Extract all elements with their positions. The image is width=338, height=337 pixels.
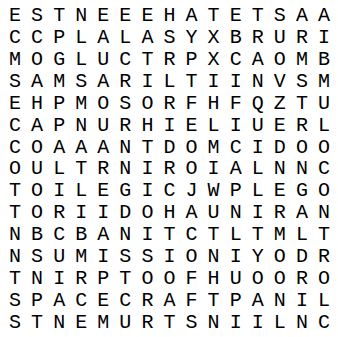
grid-cell[interactable]: C: [114, 49, 136, 71]
grid-cell[interactable]: N: [70, 5, 92, 27]
grid-cell[interactable]: S: [291, 71, 313, 93]
grid-cell[interactable]: L: [313, 290, 335, 312]
grid-cell[interactable]: R: [48, 202, 70, 224]
grid-cell[interactable]: P: [26, 290, 48, 312]
grid-cell[interactable]: M: [92, 312, 114, 334]
grid-cell[interactable]: L: [70, 49, 92, 71]
grid-cell[interactable]: S: [136, 246, 158, 268]
grid-cell[interactable]: G: [48, 49, 70, 71]
grid-cell[interactable]: O: [136, 93, 158, 115]
grid-cell[interactable]: R: [158, 93, 180, 115]
grid-cell[interactable]: N: [4, 224, 26, 246]
grid-cell[interactable]: S: [4, 312, 26, 334]
grid-cell[interactable]: C: [313, 312, 335, 334]
grid-cell[interactable]: C: [48, 224, 70, 246]
grid-cell[interactable]: R: [313, 246, 335, 268]
grid-cell[interactable]: N: [4, 246, 26, 268]
grid-cell[interactable]: A: [291, 5, 313, 27]
grid-cell[interactable]: E: [4, 5, 26, 27]
grid-cell[interactable]: F: [225, 93, 247, 115]
grid-cell[interactable]: A: [26, 71, 48, 93]
grid-cell[interactable]: T: [158, 224, 180, 246]
grid-cell[interactable]: U: [26, 159, 48, 181]
grid-cell[interactable]: L: [70, 27, 92, 49]
grid-cell[interactable]: T: [136, 49, 158, 71]
grid-cell[interactable]: I: [136, 180, 158, 202]
grid-cell[interactable]: I: [48, 180, 70, 202]
grid-cell[interactable]: O: [291, 137, 313, 159]
grid-cell[interactable]: A: [70, 137, 92, 159]
grid-cell[interactable]: E: [92, 5, 114, 27]
grid-cell[interactable]: P: [48, 115, 70, 137]
grid-cell[interactable]: L: [291, 224, 313, 246]
grid-cell[interactable]: P: [48, 93, 70, 115]
grid-cell[interactable]: A: [181, 202, 203, 224]
grid-cell[interactable]: A: [313, 5, 335, 27]
grid-cell[interactable]: G: [291, 180, 313, 202]
grid-cell[interactable]: R: [158, 159, 180, 181]
grid-cell[interactable]: N: [70, 115, 92, 137]
grid-cell[interactable]: A: [92, 224, 114, 246]
grid-cell[interactable]: I: [225, 71, 247, 93]
grid-cell[interactable]: T: [114, 268, 136, 290]
grid-cell[interactable]: P: [92, 268, 114, 290]
grid-cell[interactable]: T: [136, 137, 158, 159]
grid-cell[interactable]: C: [26, 27, 48, 49]
grid-cell[interactable]: E: [92, 180, 114, 202]
grid-cell[interactable]: H: [158, 202, 180, 224]
grid-cell[interactable]: P: [225, 180, 247, 202]
grid-cell[interactable]: O: [92, 93, 114, 115]
grid-cell[interactable]: S: [26, 5, 48, 27]
grid-cell[interactable]: F: [181, 268, 203, 290]
grid-cell[interactable]: N: [48, 312, 70, 334]
grid-cell[interactable]: T: [4, 202, 26, 224]
grid-cell[interactable]: T: [26, 312, 48, 334]
grid-cell[interactable]: U: [225, 268, 247, 290]
grid-cell[interactable]: N: [114, 137, 136, 159]
grid-cell[interactable]: S: [70, 71, 92, 93]
grid-cell[interactable]: Z: [269, 93, 291, 115]
grid-cell[interactable]: R: [291, 268, 313, 290]
grid-cell[interactable]: N: [203, 312, 225, 334]
grid-cell[interactable]: E: [269, 180, 291, 202]
grid-cell[interactable]: O: [269, 268, 291, 290]
grid-cell[interactable]: E: [114, 5, 136, 27]
grid-cell[interactable]: I: [136, 71, 158, 93]
grid-cell[interactable]: E: [181, 115, 203, 137]
grid-cell[interactable]: L: [158, 71, 180, 93]
grid-cell[interactable]: P: [225, 290, 247, 312]
grid-cell[interactable]: R: [114, 115, 136, 137]
grid-cell[interactable]: O: [269, 246, 291, 268]
grid-cell[interactable]: B: [225, 27, 247, 49]
grid-cell[interactable]: I: [158, 246, 180, 268]
grid-cell[interactable]: T: [291, 93, 313, 115]
grid-cell[interactable]: A: [247, 49, 269, 71]
grid-cell[interactable]: A: [92, 71, 114, 93]
grid-cell[interactable]: O: [136, 268, 158, 290]
grid-cell[interactable]: O: [269, 49, 291, 71]
grid-cell[interactable]: O: [26, 202, 48, 224]
grid-cell[interactable]: R: [158, 49, 180, 71]
grid-cell[interactable]: O: [26, 49, 48, 71]
grid-cell[interactable]: U: [92, 115, 114, 137]
grid-cell[interactable]: I: [247, 202, 269, 224]
grid-cell[interactable]: U: [48, 246, 70, 268]
grid-cell[interactable]: F: [181, 290, 203, 312]
grid-cell[interactable]: R: [269, 202, 291, 224]
grid-cell[interactable]: S: [26, 246, 48, 268]
grid-cell[interactable]: O: [181, 137, 203, 159]
grid-cell[interactable]: L: [225, 224, 247, 246]
grid-cell[interactable]: C: [181, 224, 203, 246]
grid-cell[interactable]: I: [203, 159, 225, 181]
grid-cell[interactable]: P: [48, 27, 70, 49]
grid-cell[interactable]: S: [4, 290, 26, 312]
grid-cell[interactable]: O: [313, 137, 335, 159]
grid-cell[interactable]: C: [4, 115, 26, 137]
grid-cell[interactable]: F: [181, 93, 203, 115]
grid-cell[interactable]: A: [92, 137, 114, 159]
grid-cell[interactable]: Y: [181, 27, 203, 49]
grid-cell[interactable]: A: [48, 137, 70, 159]
grid-cell[interactable]: M: [291, 49, 313, 71]
grid-cell[interactable]: R: [247, 27, 269, 49]
grid-cell[interactable]: H: [26, 93, 48, 115]
grid-cell[interactable]: I: [313, 27, 335, 49]
grid-cell[interactable]: O: [4, 159, 26, 181]
grid-cell[interactable]: T: [70, 159, 92, 181]
grid-cell[interactable]: L: [269, 312, 291, 334]
grid-cell[interactable]: U: [313, 93, 335, 115]
grid-cell[interactable]: I: [225, 246, 247, 268]
grid-cell[interactable]: I: [92, 246, 114, 268]
grid-cell[interactable]: C: [114, 290, 136, 312]
grid-cell[interactable]: A: [225, 159, 247, 181]
grid-cell[interactable]: E: [269, 115, 291, 137]
grid-cell[interactable]: T: [181, 71, 203, 93]
grid-cell[interactable]: H: [158, 5, 180, 27]
grid-cell[interactable]: D: [114, 202, 136, 224]
grid-cell[interactable]: R: [291, 115, 313, 137]
grid-cell[interactable]: T: [247, 224, 269, 246]
grid-cell[interactable]: V: [269, 71, 291, 93]
grid-cell[interactable]: M: [203, 137, 225, 159]
grid-cell[interactable]: U: [203, 202, 225, 224]
grid-cell[interactable]: T: [4, 180, 26, 202]
grid-cell[interactable]: S: [114, 246, 136, 268]
grid-cell[interactable]: A: [48, 290, 70, 312]
grid-cell[interactable]: D: [158, 137, 180, 159]
grid-cell[interactable]: I: [225, 115, 247, 137]
grid-cell[interactable]: N: [313, 202, 335, 224]
grid-cell[interactable]: O: [247, 268, 269, 290]
grid-cell[interactable]: R: [92, 159, 114, 181]
grid-cell[interactable]: R: [114, 71, 136, 93]
grid-cell[interactable]: E: [70, 312, 92, 334]
grid-cell[interactable]: L: [114, 27, 136, 49]
grid-cell[interactable]: E: [136, 5, 158, 27]
grid-cell[interactable]: S: [114, 93, 136, 115]
grid-cell[interactable]: H: [203, 93, 225, 115]
grid-cell[interactable]: E: [4, 93, 26, 115]
grid-cell[interactable]: M: [269, 224, 291, 246]
grid-cell[interactable]: S: [158, 27, 180, 49]
grid-cell[interactable]: L: [247, 159, 269, 181]
grid-cell[interactable]: M: [70, 93, 92, 115]
grid-cell[interactable]: N: [114, 224, 136, 246]
grid-cell[interactable]: O: [313, 180, 335, 202]
grid-cell[interactable]: T: [203, 224, 225, 246]
grid-cell[interactable]: I: [48, 268, 70, 290]
grid-cell[interactable]: N: [225, 202, 247, 224]
grid-cell[interactable]: U: [92, 49, 114, 71]
grid-cell[interactable]: T: [203, 5, 225, 27]
grid-cell[interactable]: X: [203, 49, 225, 71]
grid-cell[interactable]: G: [114, 180, 136, 202]
grid-cell[interactable]: R: [136, 312, 158, 334]
grid-cell[interactable]: N: [114, 159, 136, 181]
grid-cell[interactable]: M: [4, 49, 26, 71]
grid-cell[interactable]: E: [225, 5, 247, 27]
grid-cell[interactable]: U: [247, 115, 269, 137]
grid-cell[interactable]: T: [4, 268, 26, 290]
grid-cell[interactable]: R: [291, 27, 313, 49]
grid-cell[interactable]: L: [48, 159, 70, 181]
grid-cell[interactable]: N: [269, 159, 291, 181]
grid-cell[interactable]: I: [247, 312, 269, 334]
grid-cell[interactable]: C: [313, 159, 335, 181]
grid-cell[interactable]: T: [313, 224, 335, 246]
grid-cell[interactable]: O: [158, 268, 180, 290]
grid-cell[interactable]: T: [203, 290, 225, 312]
grid-cell[interactable]: T: [158, 312, 180, 334]
grid-cell[interactable]: C: [158, 180, 180, 202]
grid-cell[interactable]: A: [291, 202, 313, 224]
grid-cell[interactable]: I: [203, 71, 225, 93]
grid-cell[interactable]: O: [26, 137, 48, 159]
grid-cell[interactable]: T: [247, 5, 269, 27]
grid-cell[interactable]: T: [48, 5, 70, 27]
grid-cell[interactable]: M: [48, 71, 70, 93]
grid-cell[interactable]: N: [269, 290, 291, 312]
grid-cell[interactable]: A: [92, 27, 114, 49]
grid-cell[interactable]: C: [225, 49, 247, 71]
grid-cell[interactable]: S: [269, 5, 291, 27]
grid-cell[interactable]: A: [181, 5, 203, 27]
grid-cell[interactable]: I: [70, 202, 92, 224]
grid-cell[interactable]: O: [181, 246, 203, 268]
grid-cell[interactable]: C: [225, 137, 247, 159]
grid-cell[interactable]: C: [4, 137, 26, 159]
grid-cell[interactable]: Q: [247, 93, 269, 115]
grid-cell[interactable]: C: [70, 290, 92, 312]
grid-cell[interactable]: O: [181, 159, 203, 181]
grid-cell[interactable]: D: [291, 246, 313, 268]
grid-cell[interactable]: M: [70, 246, 92, 268]
grid-cell[interactable]: R: [70, 268, 92, 290]
grid-cell[interactable]: N: [291, 312, 313, 334]
grid-cell[interactable]: L: [203, 115, 225, 137]
grid-cell[interactable]: I: [291, 290, 313, 312]
grid-cell[interactable]: J: [181, 180, 203, 202]
grid-cell[interactable]: I: [136, 224, 158, 246]
grid-cell[interactable]: I: [247, 137, 269, 159]
grid-cell[interactable]: O: [313, 268, 335, 290]
grid-cell[interactable]: O: [26, 180, 48, 202]
grid-cell[interactable]: O: [136, 202, 158, 224]
grid-cell[interactable]: N: [26, 268, 48, 290]
grid-cell[interactable]: I: [158, 115, 180, 137]
word-search-board: ESTNEEEHATETSAACCPLALASYXBRURIMOGLUCTRPX…: [0, 0, 338, 337]
grid-cell[interactable]: B: [70, 224, 92, 246]
grid-cell[interactable]: A: [247, 290, 269, 312]
grid-cell[interactable]: N: [247, 71, 269, 93]
grid-cell[interactable]: I: [225, 312, 247, 334]
grid-cell[interactable]: X: [203, 27, 225, 49]
grid-cell[interactable]: L: [247, 180, 269, 202]
grid-cell[interactable]: S: [4, 71, 26, 93]
grid-cell[interactable]: B: [313, 49, 335, 71]
grid-cell[interactable]: D: [269, 137, 291, 159]
grid-cell[interactable]: A: [136, 27, 158, 49]
grid-cell[interactable]: H: [203, 268, 225, 290]
grid-cell[interactable]: Y: [247, 246, 269, 268]
grid-cell[interactable]: E: [92, 290, 114, 312]
grid-cell[interactable]: L: [313, 115, 335, 137]
grid-cell[interactable]: N: [291, 159, 313, 181]
grid-cell[interactable]: C: [4, 27, 26, 49]
grid-cell[interactable]: M: [313, 71, 335, 93]
grid-cell[interactable]: B: [26, 224, 48, 246]
grid-cell[interactable]: S: [181, 312, 203, 334]
grid-cell[interactable]: A: [158, 290, 180, 312]
grid-cell[interactable]: I: [92, 202, 114, 224]
grid-cell[interactable]: P: [181, 49, 203, 71]
grid-cell[interactable]: R: [136, 290, 158, 312]
grid-cell[interactable]: I: [136, 159, 158, 181]
grid-cell[interactable]: W: [203, 180, 225, 202]
grid-cell[interactable]: L: [70, 180, 92, 202]
grid-cell[interactable]: N: [203, 246, 225, 268]
grid-cell[interactable]: A: [26, 115, 48, 137]
grid-cell[interactable]: U: [114, 312, 136, 334]
grid-cell[interactable]: U: [269, 27, 291, 49]
grid-cell[interactable]: H: [136, 115, 158, 137]
